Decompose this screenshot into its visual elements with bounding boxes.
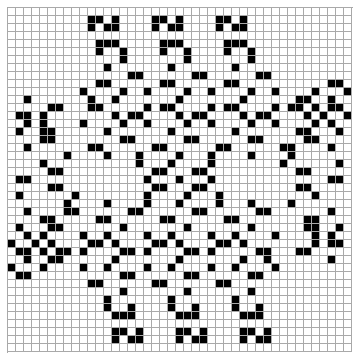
empty-cell[interactable]: [160, 64, 168, 72]
empty-cell[interactable]: [64, 104, 72, 112]
empty-cell[interactable]: [272, 288, 280, 296]
empty-cell[interactable]: [248, 256, 256, 264]
empty-cell[interactable]: [232, 120, 240, 128]
empty-cell[interactable]: [224, 192, 232, 200]
empty-cell[interactable]: [288, 248, 296, 256]
filled-cell[interactable]: [104, 64, 112, 72]
empty-cell[interactable]: [64, 192, 72, 200]
empty-cell[interactable]: [304, 320, 312, 328]
empty-cell[interactable]: [328, 24, 336, 32]
filled-cell[interactable]: [304, 216, 312, 224]
empty-cell[interactable]: [88, 224, 96, 232]
empty-cell[interactable]: [88, 32, 96, 40]
empty-cell[interactable]: [168, 344, 176, 352]
empty-cell[interactable]: [280, 264, 288, 272]
empty-cell[interactable]: [288, 192, 296, 200]
empty-cell[interactable]: [264, 88, 272, 96]
empty-cell[interactable]: [112, 64, 120, 72]
empty-cell[interactable]: [208, 344, 216, 352]
empty-cell[interactable]: [88, 216, 96, 224]
filled-cell[interactable]: [216, 240, 224, 248]
empty-cell[interactable]: [336, 184, 344, 192]
filled-cell[interactable]: [96, 40, 104, 48]
empty-cell[interactable]: [88, 192, 96, 200]
empty-cell[interactable]: [192, 128, 200, 136]
filled-cell[interactable]: [240, 240, 248, 248]
empty-cell[interactable]: [264, 144, 272, 152]
empty-cell[interactable]: [288, 320, 296, 328]
empty-cell[interactable]: [272, 208, 280, 216]
empty-cell[interactable]: [208, 112, 216, 120]
empty-cell[interactable]: [304, 208, 312, 216]
empty-cell[interactable]: [32, 152, 40, 160]
empty-cell[interactable]: [80, 136, 88, 144]
empty-cell[interactable]: [184, 344, 192, 352]
empty-cell[interactable]: [256, 184, 264, 192]
empty-cell[interactable]: [312, 64, 320, 72]
filled-cell[interactable]: [256, 304, 264, 312]
empty-cell[interactable]: [8, 144, 16, 152]
empty-cell[interactable]: [320, 344, 328, 352]
empty-cell[interactable]: [40, 104, 48, 112]
filled-cell[interactable]: [264, 208, 272, 216]
filled-cell[interactable]: [104, 216, 112, 224]
empty-cell[interactable]: [312, 328, 320, 336]
filled-cell[interactable]: [88, 24, 96, 32]
empty-cell[interactable]: [280, 16, 288, 24]
filled-cell[interactable]: [184, 248, 192, 256]
empty-cell[interactable]: [96, 160, 104, 168]
empty-cell[interactable]: [8, 272, 16, 280]
filled-cell[interactable]: [176, 336, 184, 344]
empty-cell[interactable]: [24, 104, 32, 112]
empty-cell[interactable]: [248, 264, 256, 272]
filled-cell[interactable]: [192, 168, 200, 176]
empty-cell[interactable]: [200, 8, 208, 16]
filled-cell[interactable]: [160, 16, 168, 24]
empty-cell[interactable]: [120, 192, 128, 200]
empty-cell[interactable]: [112, 136, 120, 144]
filled-cell[interactable]: [312, 232, 320, 240]
empty-cell[interactable]: [272, 128, 280, 136]
empty-cell[interactable]: [232, 192, 240, 200]
empty-cell[interactable]: [24, 288, 32, 296]
empty-cell[interactable]: [176, 104, 184, 112]
empty-cell[interactable]: [224, 296, 232, 304]
empty-cell[interactable]: [304, 312, 312, 320]
empty-cell[interactable]: [208, 336, 216, 344]
empty-cell[interactable]: [200, 288, 208, 296]
empty-cell[interactable]: [288, 160, 296, 168]
empty-cell[interactable]: [16, 296, 24, 304]
empty-cell[interactable]: [128, 120, 136, 128]
empty-cell[interactable]: [160, 96, 168, 104]
filled-cell[interactable]: [312, 240, 320, 248]
empty-cell[interactable]: [64, 8, 72, 16]
empty-cell[interactable]: [304, 336, 312, 344]
empty-cell[interactable]: [88, 80, 96, 88]
empty-cell[interactable]: [320, 136, 328, 144]
filled-cell[interactable]: [216, 192, 224, 200]
empty-cell[interactable]: [264, 136, 272, 144]
filled-cell[interactable]: [160, 184, 168, 192]
filled-cell[interactable]: [136, 336, 144, 344]
empty-cell[interactable]: [112, 88, 120, 96]
empty-cell[interactable]: [240, 64, 248, 72]
empty-cell[interactable]: [136, 296, 144, 304]
empty-cell[interactable]: [264, 184, 272, 192]
empty-cell[interactable]: [48, 24, 56, 32]
filled-cell[interactable]: [304, 248, 312, 256]
empty-cell[interactable]: [136, 120, 144, 128]
empty-cell[interactable]: [96, 208, 104, 216]
empty-cell[interactable]: [264, 344, 272, 352]
empty-cell[interactable]: [48, 264, 56, 272]
empty-cell[interactable]: [128, 168, 136, 176]
empty-cell[interactable]: [176, 160, 184, 168]
empty-cell[interactable]: [88, 296, 96, 304]
empty-cell[interactable]: [168, 88, 176, 96]
filled-cell[interactable]: [32, 240, 40, 248]
empty-cell[interactable]: [264, 288, 272, 296]
empty-cell[interactable]: [48, 328, 56, 336]
empty-cell[interactable]: [152, 120, 160, 128]
empty-cell[interactable]: [160, 264, 168, 272]
empty-cell[interactable]: [48, 144, 56, 152]
empty-cell[interactable]: [176, 128, 184, 136]
empty-cell[interactable]: [288, 48, 296, 56]
empty-cell[interactable]: [184, 232, 192, 240]
empty-cell[interactable]: [24, 344, 32, 352]
empty-cell[interactable]: [280, 312, 288, 320]
filled-cell[interactable]: [248, 272, 256, 280]
empty-cell[interactable]: [216, 264, 224, 272]
empty-cell[interactable]: [208, 312, 216, 320]
filled-cell[interactable]: [40, 128, 48, 136]
empty-cell[interactable]: [344, 272, 352, 280]
empty-cell[interactable]: [168, 184, 176, 192]
empty-cell[interactable]: [320, 184, 328, 192]
empty-cell[interactable]: [40, 72, 48, 80]
empty-cell[interactable]: [80, 56, 88, 64]
empty-cell[interactable]: [56, 40, 64, 48]
empty-cell[interactable]: [264, 272, 272, 280]
empty-cell[interactable]: [256, 280, 264, 288]
empty-cell[interactable]: [304, 16, 312, 24]
empty-cell[interactable]: [72, 168, 80, 176]
filled-cell[interactable]: [128, 304, 136, 312]
empty-cell[interactable]: [48, 112, 56, 120]
empty-cell[interactable]: [56, 344, 64, 352]
empty-cell[interactable]: [264, 320, 272, 328]
empty-cell[interactable]: [128, 192, 136, 200]
empty-cell[interactable]: [96, 288, 104, 296]
empty-cell[interactable]: [24, 72, 32, 80]
empty-cell[interactable]: [280, 40, 288, 48]
filled-cell[interactable]: [288, 152, 296, 160]
empty-cell[interactable]: [232, 288, 240, 296]
empty-cell[interactable]: [336, 232, 344, 240]
empty-cell[interactable]: [120, 160, 128, 168]
empty-cell[interactable]: [152, 152, 160, 160]
filled-cell[interactable]: [176, 16, 184, 24]
empty-cell[interactable]: [72, 216, 80, 224]
empty-cell[interactable]: [96, 96, 104, 104]
empty-cell[interactable]: [176, 208, 184, 216]
filled-cell[interactable]: [232, 232, 240, 240]
empty-cell[interactable]: [264, 224, 272, 232]
empty-cell[interactable]: [152, 200, 160, 208]
empty-cell[interactable]: [80, 8, 88, 16]
filled-cell[interactable]: [104, 264, 112, 272]
filled-cell[interactable]: [48, 136, 56, 144]
empty-cell[interactable]: [48, 40, 56, 48]
empty-cell[interactable]: [240, 120, 248, 128]
empty-cell[interactable]: [40, 16, 48, 24]
empty-cell[interactable]: [256, 256, 264, 264]
empty-cell[interactable]: [336, 200, 344, 208]
empty-cell[interactable]: [144, 32, 152, 40]
empty-cell[interactable]: [160, 24, 168, 32]
empty-cell[interactable]: [40, 240, 48, 248]
empty-cell[interactable]: [296, 160, 304, 168]
empty-cell[interactable]: [48, 16, 56, 24]
empty-cell[interactable]: [152, 248, 160, 256]
empty-cell[interactable]: [40, 296, 48, 304]
empty-cell[interactable]: [184, 128, 192, 136]
empty-cell[interactable]: [240, 200, 248, 208]
empty-cell[interactable]: [24, 64, 32, 72]
empty-cell[interactable]: [128, 88, 136, 96]
filled-cell[interactable]: [184, 136, 192, 144]
empty-cell[interactable]: [72, 48, 80, 56]
empty-cell[interactable]: [336, 112, 344, 120]
filled-cell[interactable]: [256, 112, 264, 120]
empty-cell[interactable]: [344, 160, 352, 168]
filled-cell[interactable]: [272, 120, 280, 128]
empty-cell[interactable]: [112, 72, 120, 80]
empty-cell[interactable]: [328, 296, 336, 304]
empty-cell[interactable]: [16, 232, 24, 240]
filled-cell[interactable]: [200, 72, 208, 80]
empty-cell[interactable]: [120, 336, 128, 344]
empty-cell[interactable]: [288, 256, 296, 264]
empty-cell[interactable]: [160, 272, 168, 280]
empty-cell[interactable]: [168, 48, 176, 56]
empty-cell[interactable]: [280, 136, 288, 144]
empty-cell[interactable]: [272, 192, 280, 200]
empty-cell[interactable]: [128, 48, 136, 56]
empty-cell[interactable]: [280, 216, 288, 224]
empty-cell[interactable]: [80, 216, 88, 224]
filled-cell[interactable]: [216, 200, 224, 208]
empty-cell[interactable]: [56, 24, 64, 32]
empty-cell[interactable]: [200, 264, 208, 272]
filled-cell[interactable]: [160, 216, 168, 224]
empty-cell[interactable]: [272, 272, 280, 280]
empty-cell[interactable]: [32, 168, 40, 176]
empty-cell[interactable]: [32, 192, 40, 200]
empty-cell[interactable]: [40, 288, 48, 296]
filled-cell[interactable]: [112, 16, 120, 24]
filled-cell[interactable]: [336, 128, 344, 136]
empty-cell[interactable]: [168, 280, 176, 288]
empty-cell[interactable]: [104, 288, 112, 296]
empty-cell[interactable]: [256, 288, 264, 296]
filled-cell[interactable]: [104, 304, 112, 312]
filled-cell[interactable]: [96, 80, 104, 88]
empty-cell[interactable]: [136, 16, 144, 24]
empty-cell[interactable]: [56, 192, 64, 200]
filled-cell[interactable]: [120, 272, 128, 280]
empty-cell[interactable]: [272, 152, 280, 160]
filled-cell[interactable]: [272, 88, 280, 96]
empty-cell[interactable]: [208, 8, 216, 16]
empty-cell[interactable]: [336, 136, 344, 144]
filled-cell[interactable]: [128, 336, 136, 344]
empty-cell[interactable]: [280, 112, 288, 120]
empty-cell[interactable]: [168, 224, 176, 232]
empty-cell[interactable]: [336, 8, 344, 16]
empty-cell[interactable]: [344, 208, 352, 216]
empty-cell[interactable]: [72, 240, 80, 248]
empty-cell[interactable]: [40, 40, 48, 48]
empty-cell[interactable]: [336, 120, 344, 128]
empty-cell[interactable]: [8, 224, 16, 232]
empty-cell[interactable]: [184, 184, 192, 192]
filled-cell[interactable]: [256, 208, 264, 216]
empty-cell[interactable]: [160, 344, 168, 352]
empty-cell[interactable]: [296, 176, 304, 184]
empty-cell[interactable]: [16, 344, 24, 352]
empty-cell[interactable]: [112, 160, 120, 168]
empty-cell[interactable]: [320, 24, 328, 32]
filled-cell[interactable]: [88, 104, 96, 112]
empty-cell[interactable]: [256, 240, 264, 248]
empty-cell[interactable]: [144, 112, 152, 120]
empty-cell[interactable]: [48, 56, 56, 64]
empty-cell[interactable]: [224, 64, 232, 72]
empty-cell[interactable]: [40, 32, 48, 40]
empty-cell[interactable]: [344, 96, 352, 104]
filled-cell[interactable]: [264, 256, 272, 264]
empty-cell[interactable]: [208, 240, 216, 248]
empty-cell[interactable]: [304, 32, 312, 40]
filled-cell[interactable]: [328, 240, 336, 248]
empty-cell[interactable]: [16, 136, 24, 144]
filled-cell[interactable]: [248, 120, 256, 128]
empty-cell[interactable]: [312, 208, 320, 216]
empty-cell[interactable]: [264, 24, 272, 32]
empty-cell[interactable]: [88, 328, 96, 336]
empty-cell[interactable]: [96, 192, 104, 200]
empty-cell[interactable]: [280, 248, 288, 256]
empty-cell[interactable]: [296, 224, 304, 232]
empty-cell[interactable]: [152, 216, 160, 224]
empty-cell[interactable]: [32, 184, 40, 192]
empty-cell[interactable]: [184, 240, 192, 248]
empty-cell[interactable]: [312, 256, 320, 264]
empty-cell[interactable]: [312, 304, 320, 312]
empty-cell[interactable]: [320, 336, 328, 344]
empty-cell[interactable]: [272, 328, 280, 336]
empty-cell[interactable]: [240, 104, 248, 112]
empty-cell[interactable]: [160, 8, 168, 16]
empty-cell[interactable]: [280, 296, 288, 304]
empty-cell[interactable]: [120, 256, 128, 264]
empty-cell[interactable]: [176, 56, 184, 64]
empty-cell[interactable]: [136, 280, 144, 288]
empty-cell[interactable]: [320, 320, 328, 328]
empty-cell[interactable]: [24, 296, 32, 304]
empty-cell[interactable]: [344, 240, 352, 248]
empty-cell[interactable]: [344, 280, 352, 288]
empty-cell[interactable]: [80, 344, 88, 352]
empty-cell[interactable]: [24, 16, 32, 24]
empty-cell[interactable]: [224, 248, 232, 256]
empty-cell[interactable]: [88, 128, 96, 136]
empty-cell[interactable]: [72, 320, 80, 328]
filled-cell[interactable]: [120, 120, 128, 128]
empty-cell[interactable]: [336, 152, 344, 160]
filled-cell[interactable]: [144, 200, 152, 208]
empty-cell[interactable]: [104, 176, 112, 184]
empty-cell[interactable]: [96, 136, 104, 144]
empty-cell[interactable]: [240, 304, 248, 312]
empty-cell[interactable]: [264, 64, 272, 72]
empty-cell[interactable]: [336, 192, 344, 200]
empty-cell[interactable]: [80, 280, 88, 288]
empty-cell[interactable]: [264, 80, 272, 88]
empty-cell[interactable]: [120, 80, 128, 88]
empty-cell[interactable]: [120, 208, 128, 216]
empty-cell[interactable]: [56, 88, 64, 96]
empty-cell[interactable]: [192, 344, 200, 352]
empty-cell[interactable]: [336, 96, 344, 104]
empty-cell[interactable]: [200, 320, 208, 328]
empty-cell[interactable]: [312, 96, 320, 104]
empty-cell[interactable]: [176, 168, 184, 176]
empty-cell[interactable]: [224, 24, 232, 32]
empty-cell[interactable]: [120, 152, 128, 160]
filled-cell[interactable]: [216, 16, 224, 24]
filled-cell[interactable]: [64, 248, 72, 256]
empty-cell[interactable]: [256, 344, 264, 352]
filled-cell[interactable]: [136, 328, 144, 336]
empty-cell[interactable]: [240, 232, 248, 240]
filled-cell[interactable]: [120, 248, 128, 256]
filled-cell[interactable]: [312, 88, 320, 96]
empty-cell[interactable]: [200, 200, 208, 208]
empty-cell[interactable]: [336, 320, 344, 328]
empty-cell[interactable]: [336, 72, 344, 80]
empty-cell[interactable]: [160, 88, 168, 96]
filled-cell[interactable]: [16, 128, 24, 136]
empty-cell[interactable]: [264, 216, 272, 224]
empty-cell[interactable]: [192, 232, 200, 240]
empty-cell[interactable]: [296, 272, 304, 280]
empty-cell[interactable]: [16, 320, 24, 328]
empty-cell[interactable]: [160, 256, 168, 264]
empty-cell[interactable]: [248, 72, 256, 80]
empty-cell[interactable]: [72, 144, 80, 152]
empty-cell[interactable]: [32, 328, 40, 336]
empty-cell[interactable]: [208, 328, 216, 336]
empty-cell[interactable]: [312, 80, 320, 88]
empty-cell[interactable]: [264, 40, 272, 48]
empty-cell[interactable]: [168, 96, 176, 104]
empty-cell[interactable]: [112, 128, 120, 136]
